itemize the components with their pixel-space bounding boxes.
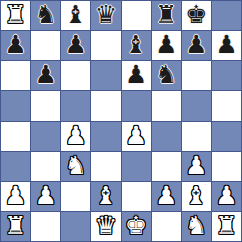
- square-g3[interactable]: ♟: [182, 152, 211, 181]
- square-h2[interactable]: ♟: [212, 182, 241, 211]
- black-knight-b8[interactable]: ♞: [34, 2, 56, 27]
- chess-board: ♜♞♝♛♜♚♟♟♝♟♟♟♟♟♞♟♟♞♟♟♟♝♟♝♟♜♛♚♞♜: [0, 0, 242, 242]
- square-h3[interactable]: [212, 152, 241, 181]
- square-b7[interactable]: [31, 31, 60, 60]
- square-g4[interactable]: [182, 122, 211, 151]
- square-f6[interactable]: ♞: [152, 61, 181, 90]
- square-g5[interactable]: [182, 91, 211, 120]
- white-pawn-b2[interactable]: ♟: [34, 183, 56, 208]
- square-h6[interactable]: [212, 61, 241, 90]
- chess-board-container: ♜♞♝♛♜♚♟♟♝♟♟♟♟♟♞♟♟♞♟♟♟♝♟♝♟♜♛♚♞♜: [0, 0, 242, 242]
- square-b5[interactable]: [31, 91, 60, 120]
- square-a6[interactable]: [1, 61, 30, 90]
- square-d8[interactable]: ♛: [91, 1, 120, 30]
- square-c1[interactable]: [61, 212, 90, 241]
- black-pawn-h7[interactable]: ♟: [215, 32, 237, 57]
- square-d2[interactable]: ♝: [91, 182, 120, 211]
- square-f1[interactable]: [152, 212, 181, 241]
- square-a3[interactable]: [1, 152, 30, 181]
- square-c2[interactable]: [61, 182, 90, 211]
- square-h7[interactable]: ♟: [212, 31, 241, 60]
- square-g8[interactable]: ♚: [182, 1, 211, 30]
- square-d4[interactable]: [91, 122, 120, 151]
- square-c6[interactable]: [61, 61, 90, 90]
- black-pawn-e6[interactable]: ♟: [125, 62, 147, 87]
- square-b4[interactable]: [31, 122, 60, 151]
- square-a4[interactable]: [1, 122, 30, 151]
- black-pawn-b6[interactable]: ♟: [34, 62, 56, 87]
- square-b2[interactable]: ♟: [31, 182, 60, 211]
- square-e7[interactable]: ♝: [122, 31, 151, 60]
- white-pawn-c4[interactable]: ♟: [65, 123, 87, 148]
- square-f3[interactable]: [152, 152, 181, 181]
- square-e1[interactable]: ♚: [122, 212, 151, 241]
- square-f4[interactable]: [152, 122, 181, 151]
- square-f8[interactable]: ♜: [152, 1, 181, 30]
- black-pawn-c7[interactable]: ♟: [65, 32, 87, 57]
- square-a1[interactable]: ♜: [1, 212, 30, 241]
- square-c3[interactable]: ♞: [61, 152, 90, 181]
- square-c4[interactable]: ♟: [61, 122, 90, 151]
- square-e4[interactable]: ♟: [122, 122, 151, 151]
- square-h5[interactable]: [212, 91, 241, 120]
- white-king-e1[interactable]: ♚: [125, 213, 147, 238]
- white-knight-c3[interactable]: ♞: [65, 153, 87, 178]
- black-bishop-c8[interactable]: ♝: [65, 2, 87, 27]
- square-d1[interactable]: ♛: [91, 212, 120, 241]
- white-pawn-e4[interactable]: ♟: [125, 123, 147, 148]
- square-h1[interactable]: ♜: [212, 212, 241, 241]
- white-bishop-d2[interactable]: ♝: [95, 183, 117, 208]
- square-h4[interactable]: [212, 122, 241, 151]
- white-bishop-g2[interactable]: ♝: [185, 183, 207, 208]
- square-c8[interactable]: ♝: [61, 1, 90, 30]
- square-c5[interactable]: [61, 91, 90, 120]
- square-a5[interactable]: [1, 91, 30, 120]
- square-d3[interactable]: [91, 152, 120, 181]
- white-rook-a1[interactable]: ♜: [4, 213, 26, 238]
- square-a2[interactable]: ♟: [1, 182, 30, 211]
- black-pawn-g7[interactable]: ♟: [185, 32, 207, 57]
- black-bishop-e7[interactable]: ♝: [125, 32, 147, 57]
- square-d6[interactable]: [91, 61, 120, 90]
- square-b1[interactable]: [31, 212, 60, 241]
- square-f7[interactable]: ♟: [152, 31, 181, 60]
- square-d5[interactable]: [91, 91, 120, 120]
- square-g2[interactable]: ♝: [182, 182, 211, 211]
- square-e8[interactable]: [122, 1, 151, 30]
- square-b3[interactable]: [31, 152, 60, 181]
- white-pawn-f2[interactable]: ♟: [155, 183, 177, 208]
- black-knight-f6[interactable]: ♞: [155, 62, 177, 87]
- square-a7[interactable]: ♟: [1, 31, 30, 60]
- square-e5[interactable]: [122, 91, 151, 120]
- square-e6[interactable]: ♟: [122, 61, 151, 90]
- square-b8[interactable]: ♞: [31, 1, 60, 30]
- square-b6[interactable]: ♟: [31, 61, 60, 90]
- square-e3[interactable]: [122, 152, 151, 181]
- square-g1[interactable]: ♞: [182, 212, 211, 241]
- black-queen-d8[interactable]: ♛: [95, 2, 117, 27]
- black-pawn-a7[interactable]: ♟: [4, 32, 26, 57]
- black-king-g8[interactable]: ♚: [185, 2, 207, 27]
- square-a8[interactable]: ♜: [1, 1, 30, 30]
- white-pawn-h2[interactable]: ♟: [215, 183, 237, 208]
- black-rook-f8[interactable]: ♜: [155, 2, 177, 27]
- square-f5[interactable]: [152, 91, 181, 120]
- square-d7[interactable]: [91, 31, 120, 60]
- square-c7[interactable]: ♟: [61, 31, 90, 60]
- square-f2[interactable]: ♟: [152, 182, 181, 211]
- white-pawn-g3[interactable]: ♟: [185, 153, 207, 178]
- square-h8[interactable]: [212, 1, 241, 30]
- white-rook-a8[interactable]: ♜: [4, 2, 26, 27]
- white-pawn-a2[interactable]: ♟: [4, 183, 26, 208]
- black-pawn-f7[interactable]: ♟: [155, 32, 177, 57]
- square-e2[interactable]: [122, 182, 151, 211]
- white-queen-d1[interactable]: ♛: [95, 213, 117, 238]
- square-g7[interactable]: ♟: [182, 31, 211, 60]
- white-knight-g1[interactable]: ♞: [185, 213, 207, 238]
- white-rook-h1[interactable]: ♜: [215, 213, 237, 238]
- square-g6[interactable]: [182, 61, 211, 90]
